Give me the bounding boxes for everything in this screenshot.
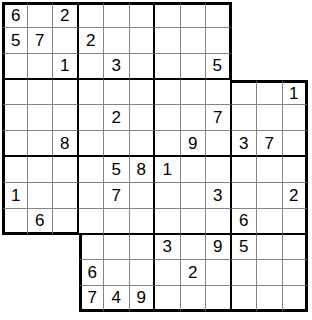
void-r3c10 xyxy=(232,54,258,80)
cell-r2c7[interactable] xyxy=(155,28,181,54)
cell-r10c12[interactable] xyxy=(283,235,309,261)
cell-r11c4[interactable]: 6 xyxy=(79,260,105,286)
cell-r4c2[interactable] xyxy=(28,80,54,106)
cell-r2c4[interactable]: 2 xyxy=(79,28,105,54)
cell-r1c4[interactable] xyxy=(79,2,105,28)
cell-r5c8[interactable] xyxy=(181,105,207,131)
void-r10c3 xyxy=(53,235,79,261)
cell-r3c3[interactable]: 1 xyxy=(53,54,79,80)
cell-r2c3[interactable] xyxy=(53,28,79,54)
void-r1c12 xyxy=(283,2,309,28)
cell-r9c1[interactable] xyxy=(2,209,28,235)
void-r1c10 xyxy=(232,2,258,28)
cell-r1c5[interactable] xyxy=(104,2,130,28)
cell-r3c7[interactable] xyxy=(155,54,181,80)
cell-r6c12[interactable] xyxy=(283,131,309,157)
cell-r4c12[interactable]: 1 xyxy=(283,80,309,106)
cell-r3c2[interactable] xyxy=(28,54,54,80)
cell-r2c8[interactable] xyxy=(181,28,207,54)
cell-r3c8[interactable] xyxy=(181,54,207,80)
cell-r8c6[interactable] xyxy=(130,183,156,209)
cell-r7c2[interactable] xyxy=(28,157,54,183)
cell-r2c2[interactable]: 7 xyxy=(28,28,54,54)
cell-r10c4[interactable] xyxy=(79,235,105,261)
cell-r5c12[interactable] xyxy=(283,105,309,131)
cell-r1c9[interactable] xyxy=(206,2,232,28)
cell-r2c5[interactable] xyxy=(104,28,130,54)
cell-r5c11[interactable] xyxy=(257,105,283,131)
void-r12c1 xyxy=(2,286,28,312)
cell-r4c6[interactable] xyxy=(130,80,156,106)
cell-r12c12[interactable] xyxy=(283,286,309,312)
cell-r7c6[interactable]: 8 xyxy=(130,157,156,183)
cell-r4c5[interactable] xyxy=(104,80,130,106)
cell-r5c7[interactable] xyxy=(155,105,181,131)
cell-r9c3[interactable] xyxy=(53,209,79,235)
cell-r6c4[interactable] xyxy=(79,131,105,157)
cell-r6c9[interactable] xyxy=(206,131,232,157)
cell-r2c6[interactable] xyxy=(130,28,156,54)
cell-r11c5[interactable] xyxy=(104,260,130,286)
cell-r8c4[interactable] xyxy=(79,183,105,209)
void-r10c1 xyxy=(2,235,28,261)
cell-r5c6[interactable] xyxy=(130,105,156,131)
cell-r8c5[interactable]: 7 xyxy=(104,183,130,209)
cell-r6c8[interactable]: 9 xyxy=(181,131,207,157)
cell-r6c11[interactable]: 7 xyxy=(257,131,283,157)
cell-r4c9[interactable] xyxy=(206,80,232,106)
cell-r12c6[interactable]: 9 xyxy=(130,286,156,312)
cell-r5c3[interactable] xyxy=(53,105,79,131)
cell-r9c6[interactable] xyxy=(130,209,156,235)
void-r11c3 xyxy=(53,260,79,286)
void-r11c1 xyxy=(2,260,28,286)
void-r1c11 xyxy=(257,2,283,28)
cell-r11c7[interactable] xyxy=(155,260,181,286)
cell-r12c11[interactable] xyxy=(257,286,283,312)
sudoku-board: 62572135127893758117326639562749 xyxy=(2,2,308,312)
cell-r9c7[interactable] xyxy=(155,209,181,235)
cell-r11c9[interactable] xyxy=(206,260,232,286)
cell-r10c8[interactable] xyxy=(181,235,207,261)
cell-r4c1[interactable] xyxy=(2,80,28,106)
cell-r7c3[interactable] xyxy=(53,157,79,183)
cell-r6c10[interactable]: 3 xyxy=(232,131,258,157)
cell-r11c6[interactable] xyxy=(130,260,156,286)
cell-r11c8[interactable]: 2 xyxy=(181,260,207,286)
void-r12c2 xyxy=(28,286,54,312)
cell-r11c10[interactable] xyxy=(232,260,258,286)
cell-r6c2[interactable] xyxy=(28,131,54,157)
cell-r12c8[interactable] xyxy=(181,286,207,312)
cell-r3c1[interactable] xyxy=(2,54,28,80)
cell-r6c5[interactable] xyxy=(104,131,130,157)
void-r10c2 xyxy=(28,235,54,261)
cell-r1c7[interactable] xyxy=(155,2,181,28)
cell-r4c10[interactable] xyxy=(232,80,258,106)
cell-r2c9[interactable] xyxy=(206,28,232,54)
cell-r7c4[interactable] xyxy=(79,157,105,183)
cell-r3c9[interactable]: 5 xyxy=(206,54,232,80)
void-r3c11 xyxy=(257,54,283,80)
cell-r8c3[interactable] xyxy=(53,183,79,209)
cell-r7c1[interactable] xyxy=(2,157,28,183)
cell-r10c7[interactable]: 3 xyxy=(155,235,181,261)
cell-r5c2[interactable] xyxy=(28,105,54,131)
cell-r5c5[interactable]: 2 xyxy=(104,105,130,131)
cell-r8c8[interactable] xyxy=(181,183,207,209)
cell-r12c5[interactable]: 4 xyxy=(104,286,130,312)
cell-r9c4[interactable] xyxy=(79,209,105,235)
void-r2c11 xyxy=(257,28,283,54)
cell-r4c8[interactable] xyxy=(181,80,207,106)
void-r2c10 xyxy=(232,28,258,54)
cell-r5c10[interactable] xyxy=(232,105,258,131)
cell-r7c7[interactable]: 1 xyxy=(155,157,181,183)
cell-r9c9[interactable] xyxy=(206,209,232,235)
cell-r11c12[interactable] xyxy=(283,260,309,286)
cell-r7c9[interactable] xyxy=(206,157,232,183)
cell-r12c7[interactable] xyxy=(155,286,181,312)
cell-r5c1[interactable] xyxy=(2,105,28,131)
cell-r3c4[interactable] xyxy=(79,54,105,80)
cell-r12c10[interactable] xyxy=(232,286,258,312)
cell-r9c5[interactable] xyxy=(104,209,130,235)
cell-r8c7[interactable] xyxy=(155,183,181,209)
cell-r6c7[interactable] xyxy=(155,131,181,157)
cell-r12c9[interactable] xyxy=(206,286,232,312)
void-r2c12 xyxy=(283,28,309,54)
cell-r7c10[interactable] xyxy=(232,157,258,183)
cell-r8c10[interactable] xyxy=(232,183,258,209)
cell-r6c6[interactable] xyxy=(130,131,156,157)
cell-r10c10[interactable]: 5 xyxy=(232,235,258,261)
cell-r9c8[interactable] xyxy=(181,209,207,235)
cell-r5c9[interactable]: 7 xyxy=(206,105,232,131)
puzzle-page: 62572135127893758117326639562749 xyxy=(0,0,312,320)
void-r3c12 xyxy=(283,54,309,80)
void-r12c3 xyxy=(53,286,79,312)
cell-r7c11[interactable] xyxy=(257,157,283,183)
cell-r8c1[interactable]: 1 xyxy=(2,183,28,209)
cell-r4c11[interactable] xyxy=(257,80,283,106)
cell-r10c5[interactable] xyxy=(104,235,130,261)
cell-r8c11[interactable] xyxy=(257,183,283,209)
cell-r1c2[interactable] xyxy=(28,2,54,28)
cell-r5c4[interactable] xyxy=(79,105,105,131)
cell-r7c5[interactable]: 5 xyxy=(104,157,130,183)
cell-r1c6[interactable] xyxy=(130,2,156,28)
cell-r9c11[interactable] xyxy=(257,209,283,235)
cell-r2c1[interactable]: 5 xyxy=(2,28,28,54)
cell-r7c8[interactable] xyxy=(181,157,207,183)
cell-r9c2[interactable]: 6 xyxy=(28,209,54,235)
cell-r3c6[interactable] xyxy=(130,54,156,80)
cell-r9c10[interactable]: 6 xyxy=(232,209,258,235)
cell-r10c6[interactable] xyxy=(130,235,156,261)
void-r11c2 xyxy=(28,260,54,286)
cell-r8c12[interactable]: 2 xyxy=(283,183,309,209)
cell-r6c3[interactable]: 8 xyxy=(53,131,79,157)
cell-r12c4[interactable]: 7 xyxy=(79,286,105,312)
cell-r11c11[interactable] xyxy=(257,260,283,286)
cell-r1c8[interactable] xyxy=(181,2,207,28)
cell-r7c12[interactable] xyxy=(283,157,309,183)
cell-r10c11[interactable] xyxy=(257,235,283,261)
cell-r1c3[interactable]: 2 xyxy=(53,2,79,28)
cell-r6c1[interactable] xyxy=(2,131,28,157)
cell-r9c12[interactable] xyxy=(283,209,309,235)
cell-r3c5[interactable]: 3 xyxy=(104,54,130,80)
cell-r4c7[interactable] xyxy=(155,80,181,106)
cell-r10c9[interactable]: 9 xyxy=(206,235,232,261)
cell-r4c3[interactable] xyxy=(53,80,79,106)
cell-r1c1[interactable]: 6 xyxy=(2,2,28,28)
cell-r8c2[interactable] xyxy=(28,183,54,209)
cell-r8c9[interactable]: 3 xyxy=(206,183,232,209)
cell-r4c4[interactable] xyxy=(79,80,105,106)
